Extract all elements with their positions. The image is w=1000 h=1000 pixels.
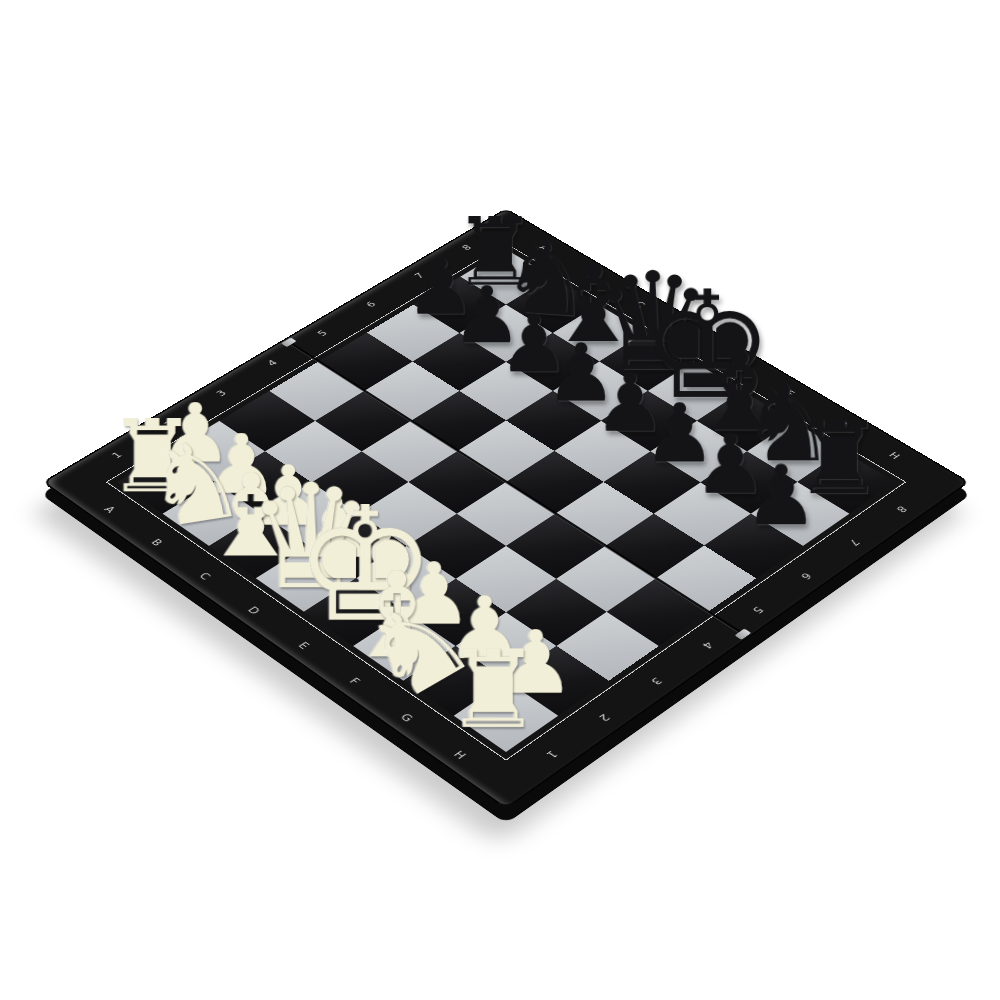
chess-board: ABCDEFGH ABCDEFGH 87654321 87654321 ♜♞♝♛… xyxy=(42,208,970,809)
board-scene: ABCDEFGH ABCDEFGH 87654321 87654321 ♜♞♝♛… xyxy=(178,154,834,810)
board-squares-grid: ♜♞♝♛♚♝♞♜♟♟♟♟♟♟♟♟♟♟♟♟♟♟♟♟♜♞♝♛♚♝♞♜ xyxy=(117,249,895,752)
rank-label-5: 5 xyxy=(293,315,352,352)
board-playfield: ♜♞♝♛♚♝♞♜♟♟♟♟♟♟♟♟♟♟♟♟♟♟♟♟♜♞♝♛♚♝♞♜ xyxy=(106,243,906,761)
piece-black-pawn[interactable]: ♟ xyxy=(744,463,814,528)
square-e4[interactable] xyxy=(457,482,555,546)
rank-label-4: 4 xyxy=(242,344,301,382)
rank-label-5: 5 xyxy=(725,589,792,632)
piece-white-rook[interactable]: ♜ xyxy=(445,649,519,733)
rank-label-6: 6 xyxy=(342,286,401,322)
